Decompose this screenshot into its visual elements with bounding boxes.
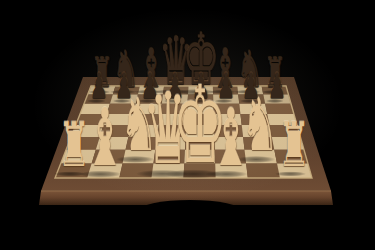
piece-white-r-h1: ♜ xyxy=(278,115,310,177)
chess-set-photo: ♜♞♝♛♚♝♞♜♟♟♟♟♟♟♟♟♞♞♜♝♛♚♝♜ xyxy=(0,0,375,250)
piece-white-b-b1: ♝ xyxy=(84,98,125,178)
piece-white-b-f1: ♝ xyxy=(210,98,251,178)
pieces-layer: ♜♞♝♛♚♝♞♜♟♟♟♟♟♟♟♟♞♞♜♝♛♚♝♜ xyxy=(0,0,375,250)
